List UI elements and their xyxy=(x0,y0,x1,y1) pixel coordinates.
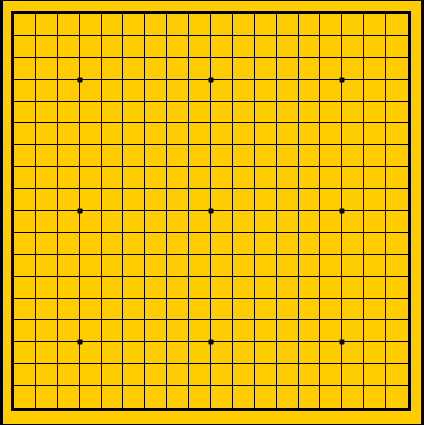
board-cell[interactable] xyxy=(299,36,321,58)
board-cell[interactable] xyxy=(299,189,321,211)
board-cell[interactable] xyxy=(80,80,102,102)
board-cell[interactable] xyxy=(14,189,36,211)
board-cell[interactable] xyxy=(211,364,233,386)
board-cell[interactable] xyxy=(80,386,102,408)
board-cell[interactable] xyxy=(364,299,386,321)
board-cell[interactable] xyxy=(320,167,342,189)
board-cell[interactable] xyxy=(58,364,80,386)
board-cell[interactable] xyxy=(14,167,36,189)
board-cell[interactable] xyxy=(364,364,386,386)
board-cell[interactable] xyxy=(189,299,211,321)
board-cell[interactable] xyxy=(211,299,233,321)
board-cell[interactable] xyxy=(211,189,233,211)
board-cell[interactable] xyxy=(58,255,80,277)
board-cell[interactable] xyxy=(167,386,189,408)
board-cell[interactable] xyxy=(14,80,36,102)
board-cell[interactable] xyxy=(233,102,255,124)
board-cell[interactable] xyxy=(320,233,342,255)
board-cell[interactable] xyxy=(14,123,36,145)
board-cell[interactable] xyxy=(342,233,364,255)
board-cell[interactable] xyxy=(123,386,145,408)
board-cell[interactable] xyxy=(342,255,364,277)
board-cell[interactable] xyxy=(342,211,364,233)
board-cell[interactable] xyxy=(36,364,58,386)
board-cell[interactable] xyxy=(167,145,189,167)
board-cell[interactable] xyxy=(102,342,124,364)
board-cell[interactable] xyxy=(145,80,167,102)
board-cell[interactable] xyxy=(145,320,167,342)
board-cell[interactable] xyxy=(211,233,233,255)
board-cell[interactable] xyxy=(233,211,255,233)
board-cell[interactable] xyxy=(386,167,408,189)
board-cell[interactable] xyxy=(167,123,189,145)
board-cell[interactable] xyxy=(299,255,321,277)
board-cell[interactable] xyxy=(80,58,102,80)
board-cell[interactable] xyxy=(342,299,364,321)
board-cell[interactable] xyxy=(167,342,189,364)
board-cell[interactable] xyxy=(277,299,299,321)
board-cell[interactable] xyxy=(255,211,277,233)
board-cell[interactable] xyxy=(145,299,167,321)
board-cell[interactable] xyxy=(167,364,189,386)
board-cell[interactable] xyxy=(14,211,36,233)
board-cell[interactable] xyxy=(255,233,277,255)
board-cell[interactable] xyxy=(277,233,299,255)
board-cell[interactable] xyxy=(14,342,36,364)
board-cell[interactable] xyxy=(36,255,58,277)
board-cell[interactable] xyxy=(123,189,145,211)
board-cell[interactable] xyxy=(14,386,36,408)
board-cell[interactable] xyxy=(123,342,145,364)
board-cell[interactable] xyxy=(386,364,408,386)
board-cell[interactable] xyxy=(36,102,58,124)
board-cell[interactable] xyxy=(386,386,408,408)
board-cell[interactable] xyxy=(320,320,342,342)
board-cell[interactable] xyxy=(277,342,299,364)
board-cell[interactable] xyxy=(14,102,36,124)
board-cell[interactable] xyxy=(123,102,145,124)
board-cell[interactable] xyxy=(36,145,58,167)
board-cell[interactable] xyxy=(299,145,321,167)
board-cell[interactable] xyxy=(342,386,364,408)
board-cell[interactable] xyxy=(145,36,167,58)
board-cell[interactable] xyxy=(167,58,189,80)
board-cell[interactable] xyxy=(277,211,299,233)
board-cell[interactable] xyxy=(145,255,167,277)
board-cell[interactable] xyxy=(211,320,233,342)
board-cell[interactable] xyxy=(299,299,321,321)
board-cell[interactable] xyxy=(14,364,36,386)
board-cell[interactable] xyxy=(211,58,233,80)
board-cell[interactable] xyxy=(58,58,80,80)
board-cell[interactable] xyxy=(320,299,342,321)
board-cell[interactable] xyxy=(299,386,321,408)
board-cell[interactable] xyxy=(342,80,364,102)
board-cell[interactable] xyxy=(233,255,255,277)
board-cell[interactable] xyxy=(80,233,102,255)
board-cell[interactable] xyxy=(255,364,277,386)
board-cell[interactable] xyxy=(167,189,189,211)
board-cell[interactable] xyxy=(167,102,189,124)
board-cell[interactable] xyxy=(14,277,36,299)
board-cell[interactable] xyxy=(145,167,167,189)
board-cell[interactable] xyxy=(189,342,211,364)
board-cell[interactable] xyxy=(189,58,211,80)
board-cell[interactable] xyxy=(145,211,167,233)
board-cell[interactable] xyxy=(123,14,145,36)
board-cell[interactable] xyxy=(386,255,408,277)
board-cell[interactable] xyxy=(145,386,167,408)
board-cell[interactable] xyxy=(320,211,342,233)
board-cell[interactable] xyxy=(123,255,145,277)
board-cell[interactable] xyxy=(80,102,102,124)
board-cell[interactable] xyxy=(320,364,342,386)
board-cell[interactable] xyxy=(320,145,342,167)
board-cell[interactable] xyxy=(145,14,167,36)
board-cell[interactable] xyxy=(386,299,408,321)
board-cell[interactable] xyxy=(386,14,408,36)
board-cell[interactable] xyxy=(14,14,36,36)
board-cell[interactable] xyxy=(364,123,386,145)
board-cell[interactable] xyxy=(36,14,58,36)
board-cell[interactable] xyxy=(145,233,167,255)
board-cell[interactable] xyxy=(36,277,58,299)
board-cell[interactable] xyxy=(167,255,189,277)
board-cell[interactable] xyxy=(14,36,36,58)
board-cell[interactable] xyxy=(233,145,255,167)
board-cell[interactable] xyxy=(277,102,299,124)
board-cell[interactable] xyxy=(299,80,321,102)
board-cell[interactable] xyxy=(233,364,255,386)
board-cell[interactable] xyxy=(211,255,233,277)
board-cell[interactable] xyxy=(364,36,386,58)
board-cell[interactable] xyxy=(211,14,233,36)
board-cell[interactable] xyxy=(189,233,211,255)
board-cell[interactable] xyxy=(123,58,145,80)
board-cell[interactable] xyxy=(145,102,167,124)
board-cell[interactable] xyxy=(255,299,277,321)
board-cell[interactable] xyxy=(36,386,58,408)
board-cell[interactable] xyxy=(36,233,58,255)
board-cell[interactable] xyxy=(277,364,299,386)
board-cell[interactable] xyxy=(233,123,255,145)
board-cell[interactable] xyxy=(189,364,211,386)
go-board[interactable] xyxy=(11,11,411,411)
board-cell[interactable] xyxy=(102,211,124,233)
board-cell[interactable] xyxy=(36,189,58,211)
board-cell[interactable] xyxy=(14,320,36,342)
board-cell[interactable] xyxy=(364,342,386,364)
board-cell[interactable] xyxy=(36,80,58,102)
board-cell[interactable] xyxy=(189,386,211,408)
board-cell[interactable] xyxy=(233,277,255,299)
board-cell[interactable] xyxy=(123,233,145,255)
board-cell[interactable] xyxy=(102,320,124,342)
board-cell[interactable] xyxy=(233,14,255,36)
board-cell[interactable] xyxy=(58,36,80,58)
board-cell[interactable] xyxy=(255,342,277,364)
board-cell[interactable] xyxy=(386,233,408,255)
board-cell[interactable] xyxy=(342,58,364,80)
board-cell[interactable] xyxy=(123,123,145,145)
board-cell[interactable] xyxy=(320,189,342,211)
board-cell[interactable] xyxy=(299,364,321,386)
board-cell[interactable] xyxy=(102,386,124,408)
board-cell[interactable] xyxy=(233,167,255,189)
board-cell[interactable] xyxy=(255,320,277,342)
board-cell[interactable] xyxy=(189,255,211,277)
board-cell[interactable] xyxy=(364,320,386,342)
board-cell[interactable] xyxy=(320,36,342,58)
board-cell[interactable] xyxy=(14,145,36,167)
board-cell[interactable] xyxy=(277,36,299,58)
board-cell[interactable] xyxy=(299,102,321,124)
board-cell[interactable] xyxy=(123,80,145,102)
board-cell[interactable] xyxy=(36,36,58,58)
board-cell[interactable] xyxy=(320,255,342,277)
board-cell[interactable] xyxy=(342,364,364,386)
board-cell[interactable] xyxy=(211,167,233,189)
board-cell[interactable] xyxy=(58,386,80,408)
board-cell[interactable] xyxy=(123,167,145,189)
board-cell[interactable] xyxy=(255,36,277,58)
board-cell[interactable] xyxy=(102,167,124,189)
board-cell[interactable] xyxy=(299,342,321,364)
board-cell[interactable] xyxy=(299,58,321,80)
board-cell[interactable] xyxy=(58,320,80,342)
board-cell[interactable] xyxy=(102,58,124,80)
board-cell[interactable] xyxy=(189,123,211,145)
board-cell[interactable] xyxy=(189,211,211,233)
board-cell[interactable] xyxy=(167,299,189,321)
board-cell[interactable] xyxy=(320,58,342,80)
board-cell[interactable] xyxy=(255,123,277,145)
board-cell[interactable] xyxy=(342,320,364,342)
board-cell[interactable] xyxy=(36,211,58,233)
board-cell[interactable] xyxy=(189,189,211,211)
board-cell[interactable] xyxy=(233,58,255,80)
board-cell[interactable] xyxy=(320,386,342,408)
board-cell[interactable] xyxy=(299,211,321,233)
board-cell[interactable] xyxy=(102,299,124,321)
board-cell[interactable] xyxy=(58,342,80,364)
board-cell[interactable] xyxy=(80,36,102,58)
board-cell[interactable] xyxy=(102,364,124,386)
board-cell[interactable] xyxy=(342,14,364,36)
board-cell[interactable] xyxy=(189,320,211,342)
board-cell[interactable] xyxy=(342,189,364,211)
board-cell[interactable] xyxy=(364,80,386,102)
board-cell[interactable] xyxy=(342,145,364,167)
board-cell[interactable] xyxy=(102,277,124,299)
board-cell[interactable] xyxy=(299,277,321,299)
board-cell[interactable] xyxy=(80,14,102,36)
board-cell[interactable] xyxy=(342,123,364,145)
board-cell[interactable] xyxy=(299,14,321,36)
board-cell[interactable] xyxy=(386,189,408,211)
board-cell[interactable] xyxy=(123,299,145,321)
board-cell[interactable] xyxy=(233,36,255,58)
board-cell[interactable] xyxy=(277,277,299,299)
board-cell[interactable] xyxy=(277,386,299,408)
board-cell[interactable] xyxy=(386,277,408,299)
board-cell[interactable] xyxy=(58,233,80,255)
board-cell[interactable] xyxy=(386,342,408,364)
board-cell[interactable] xyxy=(211,80,233,102)
board-cell[interactable] xyxy=(364,14,386,36)
board-cell[interactable] xyxy=(386,211,408,233)
board-cell[interactable] xyxy=(167,80,189,102)
board-cell[interactable] xyxy=(80,255,102,277)
board-cell[interactable] xyxy=(145,342,167,364)
board-cell[interactable] xyxy=(277,58,299,80)
board-cell[interactable] xyxy=(80,277,102,299)
board-cell[interactable] xyxy=(386,123,408,145)
board-cell[interactable] xyxy=(233,342,255,364)
board-cell[interactable] xyxy=(123,145,145,167)
board-cell[interactable] xyxy=(364,58,386,80)
board-cell[interactable] xyxy=(364,167,386,189)
board-cell[interactable] xyxy=(58,102,80,124)
board-cell[interactable] xyxy=(145,364,167,386)
board-cell[interactable] xyxy=(36,58,58,80)
board-cell[interactable] xyxy=(342,277,364,299)
board-cell[interactable] xyxy=(102,14,124,36)
board-cell[interactable] xyxy=(58,80,80,102)
board-cell[interactable] xyxy=(80,167,102,189)
board-cell[interactable] xyxy=(36,299,58,321)
board-cell[interactable] xyxy=(58,189,80,211)
board-cell[interactable] xyxy=(320,342,342,364)
board-cell[interactable] xyxy=(233,80,255,102)
board-cell[interactable] xyxy=(386,102,408,124)
board-cell[interactable] xyxy=(102,102,124,124)
board-cell[interactable] xyxy=(102,123,124,145)
board-cell[interactable] xyxy=(386,36,408,58)
board-cell[interactable] xyxy=(123,320,145,342)
board-cell[interactable] xyxy=(80,123,102,145)
board-cell[interactable] xyxy=(58,167,80,189)
board-cell[interactable] xyxy=(364,211,386,233)
board-cell[interactable] xyxy=(342,36,364,58)
board-cell[interactable] xyxy=(364,189,386,211)
board-cell[interactable] xyxy=(189,36,211,58)
board-cell[interactable] xyxy=(189,102,211,124)
board-cell[interactable] xyxy=(386,320,408,342)
board-cell[interactable] xyxy=(364,386,386,408)
board-cell[interactable] xyxy=(123,211,145,233)
board-cell[interactable] xyxy=(14,255,36,277)
board-cell[interactable] xyxy=(80,342,102,364)
board-cell[interactable] xyxy=(233,386,255,408)
board-cell[interactable] xyxy=(80,320,102,342)
board-cell[interactable] xyxy=(211,145,233,167)
board-cell[interactable] xyxy=(123,277,145,299)
board-cell[interactable] xyxy=(233,189,255,211)
board-cell[interactable] xyxy=(189,80,211,102)
board-cell[interactable] xyxy=(36,342,58,364)
board-cell[interactable] xyxy=(167,211,189,233)
board-cell[interactable] xyxy=(364,233,386,255)
board-cell[interactable] xyxy=(277,123,299,145)
board-cell[interactable] xyxy=(255,189,277,211)
board-cell[interactable] xyxy=(255,58,277,80)
board-cell[interactable] xyxy=(14,299,36,321)
board-cell[interactable] xyxy=(277,145,299,167)
board-cell[interactable] xyxy=(211,342,233,364)
board-cell[interactable] xyxy=(123,364,145,386)
board-cell[interactable] xyxy=(189,14,211,36)
board-cell[interactable] xyxy=(167,277,189,299)
board-cell[interactable] xyxy=(299,233,321,255)
board-cell[interactable] xyxy=(58,14,80,36)
board-cell[interactable] xyxy=(277,14,299,36)
board-cell[interactable] xyxy=(386,145,408,167)
board-cell[interactable] xyxy=(255,386,277,408)
board-cell[interactable] xyxy=(189,145,211,167)
board-cell[interactable] xyxy=(211,277,233,299)
board-cell[interactable] xyxy=(58,299,80,321)
board-cell[interactable] xyxy=(386,80,408,102)
board-cell[interactable] xyxy=(255,167,277,189)
board-cell[interactable] xyxy=(299,123,321,145)
board-cell[interactable] xyxy=(211,102,233,124)
board-cell[interactable] xyxy=(58,145,80,167)
board-cell[interactable] xyxy=(36,320,58,342)
board-cell[interactable] xyxy=(80,211,102,233)
board-cell[interactable] xyxy=(233,233,255,255)
board-cell[interactable] xyxy=(167,36,189,58)
board-cell[interactable] xyxy=(145,58,167,80)
board-cell[interactable] xyxy=(189,167,211,189)
board-cell[interactable] xyxy=(145,145,167,167)
board-cell[interactable] xyxy=(14,233,36,255)
board-cell[interactable] xyxy=(342,167,364,189)
board-cell[interactable] xyxy=(80,145,102,167)
board-cell[interactable] xyxy=(14,58,36,80)
board-cell[interactable] xyxy=(320,123,342,145)
board-cell[interactable] xyxy=(211,123,233,145)
board-cell[interactable] xyxy=(167,167,189,189)
board-cell[interactable] xyxy=(277,189,299,211)
board-cell[interactable] xyxy=(255,80,277,102)
board-cell[interactable] xyxy=(364,102,386,124)
board-cell[interactable] xyxy=(211,36,233,58)
board-cell[interactable] xyxy=(255,102,277,124)
board-cell[interactable] xyxy=(233,299,255,321)
board-cell[interactable] xyxy=(211,211,233,233)
board-cell[interactable] xyxy=(277,320,299,342)
board-cell[interactable] xyxy=(277,167,299,189)
board-cell[interactable] xyxy=(255,277,277,299)
board-cell[interactable] xyxy=(386,58,408,80)
board-cell[interactable] xyxy=(58,123,80,145)
board-cell[interactable] xyxy=(58,211,80,233)
board-cell[interactable] xyxy=(320,277,342,299)
board-cell[interactable] xyxy=(364,277,386,299)
board-cell[interactable] xyxy=(364,255,386,277)
board-cell[interactable] xyxy=(167,14,189,36)
board-cell[interactable] xyxy=(102,233,124,255)
board-cell[interactable] xyxy=(299,320,321,342)
board-cell[interactable] xyxy=(255,255,277,277)
board-cell[interactable] xyxy=(320,102,342,124)
board-cell[interactable] xyxy=(102,80,124,102)
board-cell[interactable] xyxy=(80,189,102,211)
board-cell[interactable] xyxy=(145,123,167,145)
board-cell[interactable] xyxy=(102,36,124,58)
board-cell[interactable] xyxy=(189,277,211,299)
